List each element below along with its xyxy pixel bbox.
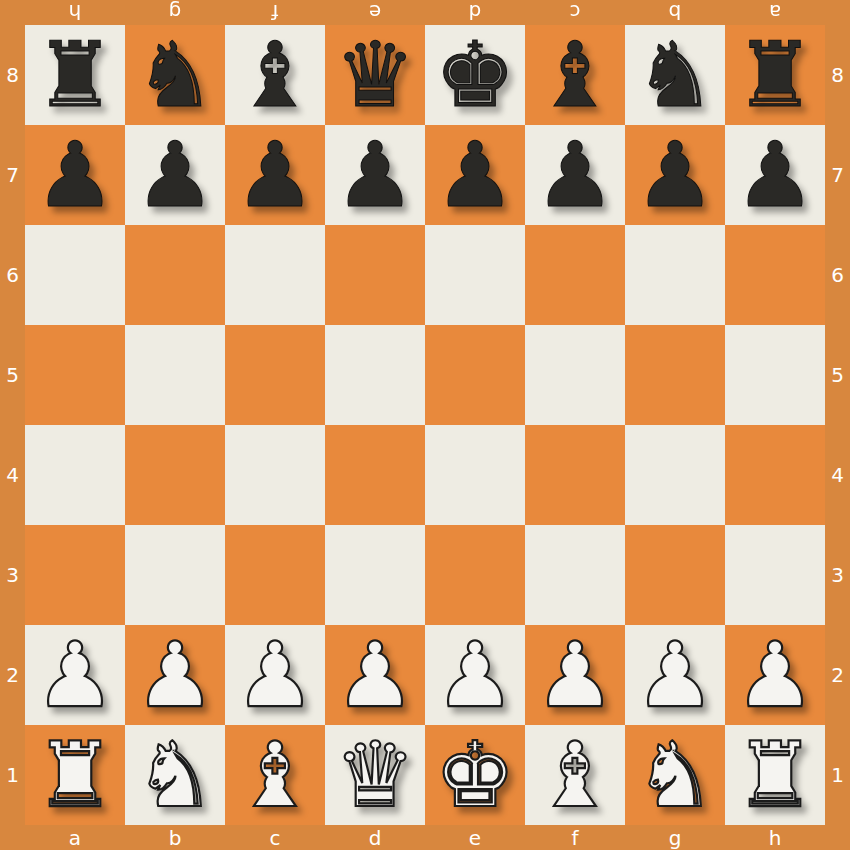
square-b2[interactable]: ♟ <box>125 625 225 725</box>
square-e2[interactable]: ♟ <box>425 625 525 725</box>
square-d6[interactable] <box>325 225 425 325</box>
square-h8[interactable]: ♜ <box>725 25 825 125</box>
file-label-bottom-f: f <box>525 825 625 850</box>
chess-board-app: abcdefgh abcdefgh 87654321 87654321 ♜♞♝♛… <box>0 0 850 850</box>
square-b3[interactable] <box>125 525 225 625</box>
piece-black-king[interactable]: ♚ <box>425 25 525 125</box>
piece-white-pawn[interactable]: ♟ <box>725 625 825 725</box>
piece-white-pawn[interactable]: ♟ <box>25 625 125 725</box>
square-d5[interactable] <box>325 325 425 425</box>
square-g8[interactable]: ♞ <box>625 25 725 125</box>
square-g3[interactable] <box>625 525 725 625</box>
piece-white-rook[interactable]: ♜ <box>725 725 825 825</box>
square-a4[interactable] <box>25 425 125 525</box>
rank-label-right-3: 3 <box>825 525 850 625</box>
square-f5[interactable] <box>525 325 625 425</box>
square-f7[interactable]: ♟ <box>525 125 625 225</box>
square-c6[interactable] <box>225 225 325 325</box>
rank-label-right-5: 5 <box>825 325 850 425</box>
rank-label-left-3: 3 <box>0 525 25 625</box>
file-label-bottom-g: g <box>625 825 725 850</box>
square-f3[interactable] <box>525 525 625 625</box>
rank-labels-left: 87654321 <box>0 25 25 825</box>
square-e7[interactable]: ♟ <box>425 125 525 225</box>
rank-labels-right: 87654321 <box>825 25 850 825</box>
file-label-bottom-c: c <box>225 825 325 850</box>
square-c5[interactable] <box>225 325 325 425</box>
square-f6[interactable] <box>525 225 625 325</box>
square-b6[interactable] <box>125 225 225 325</box>
square-g7[interactable]: ♟ <box>625 125 725 225</box>
square-d7[interactable]: ♟ <box>325 125 425 225</box>
square-c4[interactable] <box>225 425 325 525</box>
piece-black-bishop[interactable]: ♝ <box>225 25 325 125</box>
square-g2[interactable]: ♟ <box>625 625 725 725</box>
square-b1[interactable]: ♞ <box>125 725 225 825</box>
piece-black-pawn[interactable]: ♟ <box>325 125 425 225</box>
piece-white-pawn[interactable]: ♟ <box>225 625 325 725</box>
rank-label-left-4: 4 <box>0 425 25 525</box>
rank-label-right-2: 2 <box>825 625 850 725</box>
square-a7[interactable]: ♟ <box>25 125 125 225</box>
square-h3[interactable] <box>725 525 825 625</box>
piece-black-knight[interactable]: ♞ <box>625 25 725 125</box>
square-a6[interactable] <box>25 225 125 325</box>
square-g6[interactable] <box>625 225 725 325</box>
square-c1[interactable]: ♝ <box>225 725 325 825</box>
square-a8[interactable]: ♜ <box>25 25 125 125</box>
square-c2[interactable]: ♟ <box>225 625 325 725</box>
square-g1[interactable]: ♞ <box>625 725 725 825</box>
square-d4[interactable] <box>325 425 425 525</box>
rank-label-right-8: 8 <box>825 25 850 125</box>
piece-black-queen[interactable]: ♛ <box>325 25 425 125</box>
square-a3[interactable] <box>25 525 125 625</box>
chess-board: ♜♞♝♛♚♝♞♜♟♟♟♟♟♟♟♟♟♟♟♟♟♟♟♟♜♞♝♛♚♝♞♜ <box>25 25 825 825</box>
square-e8[interactable]: ♚ <box>425 25 525 125</box>
file-label-bottom-e: e <box>425 825 525 850</box>
square-b7[interactable]: ♟ <box>125 125 225 225</box>
square-c8[interactable]: ♝ <box>225 25 325 125</box>
square-e1[interactable]: ♚ <box>425 725 525 825</box>
piece-white-bishop[interactable]: ♝ <box>225 725 325 825</box>
square-c3[interactable] <box>225 525 325 625</box>
square-f1[interactable]: ♝ <box>525 725 625 825</box>
square-e5[interactable] <box>425 325 525 425</box>
piece-white-pawn[interactable]: ♟ <box>625 625 725 725</box>
square-g5[interactable] <box>625 325 725 425</box>
piece-black-pawn[interactable]: ♟ <box>25 125 125 225</box>
square-e3[interactable] <box>425 525 525 625</box>
piece-white-rook[interactable]: ♜ <box>25 725 125 825</box>
square-d1[interactable]: ♛ <box>325 725 425 825</box>
square-a2[interactable]: ♟ <box>25 625 125 725</box>
piece-black-rook[interactable]: ♜ <box>25 25 125 125</box>
square-e4[interactable] <box>425 425 525 525</box>
file-labels-bottom: abcdefgh <box>25 825 825 850</box>
square-b4[interactable] <box>125 425 225 525</box>
piece-white-knight[interactable]: ♞ <box>125 725 225 825</box>
square-d3[interactable] <box>325 525 425 625</box>
square-h5[interactable] <box>725 325 825 425</box>
square-a1[interactable]: ♜ <box>25 725 125 825</box>
piece-black-rook[interactable]: ♜ <box>725 25 825 125</box>
piece-black-pawn[interactable]: ♟ <box>125 125 225 225</box>
square-d2[interactable]: ♟ <box>325 625 425 725</box>
piece-black-knight[interactable]: ♞ <box>125 25 225 125</box>
piece-white-queen[interactable]: ♛ <box>325 725 425 825</box>
square-a5[interactable] <box>25 325 125 425</box>
file-label-bottom-h: h <box>725 825 825 850</box>
file-label-bottom-b: b <box>125 825 225 850</box>
square-f4[interactable] <box>525 425 625 525</box>
rank-label-right-7: 7 <box>825 125 850 225</box>
square-c7[interactable]: ♟ <box>225 125 325 225</box>
rank-label-left-7: 7 <box>0 125 25 225</box>
square-f8[interactable]: ♝ <box>525 25 625 125</box>
piece-white-king[interactable]: ♚ <box>425 725 525 825</box>
rank-label-right-1: 1 <box>825 725 850 825</box>
piece-black-pawn[interactable]: ♟ <box>625 125 725 225</box>
square-b5[interactable] <box>125 325 225 425</box>
piece-white-knight[interactable]: ♞ <box>625 725 725 825</box>
square-h6[interactable] <box>725 225 825 325</box>
piece-black-pawn[interactable]: ♟ <box>525 125 625 225</box>
piece-black-bishop[interactable]: ♝ <box>525 25 625 125</box>
rank-label-left-6: 6 <box>0 225 25 325</box>
piece-black-pawn[interactable]: ♟ <box>725 125 825 225</box>
rank-label-left-2: 2 <box>0 625 25 725</box>
piece-black-pawn[interactable]: ♟ <box>225 125 325 225</box>
piece-white-pawn[interactable]: ♟ <box>525 625 625 725</box>
square-h1[interactable]: ♜ <box>725 725 825 825</box>
square-e6[interactable] <box>425 225 525 325</box>
file-label-bottom-d: d <box>325 825 425 850</box>
piece-white-pawn[interactable]: ♟ <box>425 625 525 725</box>
file-label-bottom-a: a <box>25 825 125 850</box>
rank-label-left-1: 1 <box>0 725 25 825</box>
square-f2[interactable]: ♟ <box>525 625 625 725</box>
rank-label-right-6: 6 <box>825 225 850 325</box>
square-h2[interactable]: ♟ <box>725 625 825 725</box>
square-h4[interactable] <box>725 425 825 525</box>
piece-white-bishop[interactable]: ♝ <box>525 725 625 825</box>
rank-label-left-5: 5 <box>0 325 25 425</box>
piece-white-pawn[interactable]: ♟ <box>125 625 225 725</box>
rank-label-right-4: 4 <box>825 425 850 525</box>
piece-black-pawn[interactable]: ♟ <box>425 125 525 225</box>
square-h7[interactable]: ♟ <box>725 125 825 225</box>
square-b8[interactable]: ♞ <box>125 25 225 125</box>
square-d8[interactable]: ♛ <box>325 25 425 125</box>
square-g4[interactable] <box>625 425 725 525</box>
rank-label-left-8: 8 <box>0 25 25 125</box>
piece-white-pawn[interactable]: ♟ <box>325 625 425 725</box>
